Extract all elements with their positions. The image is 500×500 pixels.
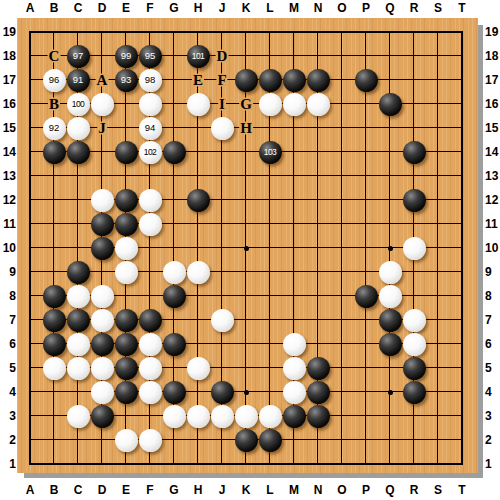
intersection-D7[interactable] (90, 308, 114, 332)
intersection-S15[interactable] (426, 116, 450, 140)
intersection-R8[interactable] (402, 284, 426, 308)
intersection-C1[interactable] (66, 452, 90, 476)
intersection-C18[interactable]: 97 (66, 44, 90, 68)
intersection-Q16[interactable] (378, 92, 402, 116)
intersection-G4[interactable] (162, 380, 186, 404)
intersection-J3[interactable] (210, 404, 234, 428)
intersection-L10[interactable] (258, 236, 282, 260)
intersection-C19[interactable] (66, 20, 90, 44)
intersection-M9[interactable] (282, 260, 306, 284)
intersection-A13[interactable] (18, 164, 42, 188)
intersection-K9[interactable] (234, 260, 258, 284)
intersection-R4[interactable] (402, 380, 426, 404)
intersection-M16[interactable] (282, 92, 306, 116)
intersection-F4[interactable] (138, 380, 162, 404)
intersection-L16[interactable] (258, 92, 282, 116)
intersection-G14[interactable] (162, 140, 186, 164)
intersection-B8[interactable] (42, 284, 66, 308)
intersection-J12[interactable] (210, 188, 234, 212)
intersection-L3[interactable] (258, 404, 282, 428)
intersection-C3[interactable] (66, 404, 90, 428)
intersection-D3[interactable] (90, 404, 114, 428)
intersection-Q13[interactable] (378, 164, 402, 188)
intersection-B9[interactable] (42, 260, 66, 284)
intersection-C14[interactable] (66, 140, 90, 164)
intersection-R2[interactable] (402, 428, 426, 452)
intersection-G18[interactable] (162, 44, 186, 68)
intersection-Q9[interactable] (378, 260, 402, 284)
intersection-O3[interactable] (330, 404, 354, 428)
intersection-F12[interactable] (138, 188, 162, 212)
intersection-J18[interactable]: D (210, 44, 234, 68)
intersection-H12[interactable] (186, 188, 210, 212)
intersection-F2[interactable] (138, 428, 162, 452)
intersection-D15[interactable]: J (90, 116, 114, 140)
intersection-J7[interactable] (210, 308, 234, 332)
intersection-R14[interactable] (402, 140, 426, 164)
intersection-B15[interactable]: 92 (42, 116, 66, 140)
intersection-N14[interactable] (306, 140, 330, 164)
intersection-G19[interactable] (162, 20, 186, 44)
intersection-P13[interactable] (354, 164, 378, 188)
intersection-Q2[interactable] (378, 428, 402, 452)
intersection-M7[interactable] (282, 308, 306, 332)
intersection-T11[interactable] (450, 212, 474, 236)
intersection-Q12[interactable] (378, 188, 402, 212)
intersection-N11[interactable] (306, 212, 330, 236)
intersection-M19[interactable] (282, 20, 306, 44)
intersection-C7[interactable] (66, 308, 90, 332)
intersection-B1[interactable] (42, 452, 66, 476)
intersection-D6[interactable] (90, 332, 114, 356)
intersection-K15[interactable]: H (234, 116, 258, 140)
intersection-P19[interactable] (354, 20, 378, 44)
intersection-J4[interactable] (210, 380, 234, 404)
intersection-E8[interactable] (114, 284, 138, 308)
intersection-C16[interactable]: 100 (66, 92, 90, 116)
intersection-F1[interactable] (138, 452, 162, 476)
intersection-L14[interactable]: 103 (258, 140, 282, 164)
intersection-G12[interactable] (162, 188, 186, 212)
intersection-Q17[interactable] (378, 68, 402, 92)
intersection-O16[interactable] (330, 92, 354, 116)
intersection-A19[interactable] (18, 20, 42, 44)
intersection-T16[interactable] (450, 92, 474, 116)
intersection-S6[interactable] (426, 332, 450, 356)
intersection-T14[interactable] (450, 140, 474, 164)
intersection-E9[interactable] (114, 260, 138, 284)
intersection-D4[interactable] (90, 380, 114, 404)
intersection-D11[interactable] (90, 212, 114, 236)
intersection-E3[interactable] (114, 404, 138, 428)
intersection-A7[interactable] (18, 308, 42, 332)
intersection-L2[interactable] (258, 428, 282, 452)
intersection-T6[interactable] (450, 332, 474, 356)
intersection-H6[interactable] (186, 332, 210, 356)
intersection-D2[interactable] (90, 428, 114, 452)
intersection-G5[interactable] (162, 356, 186, 380)
intersection-P18[interactable] (354, 44, 378, 68)
intersection-D17[interactable]: A (90, 68, 114, 92)
intersection-D13[interactable] (90, 164, 114, 188)
intersection-E12[interactable] (114, 188, 138, 212)
intersection-G16[interactable] (162, 92, 186, 116)
intersection-M12[interactable] (282, 188, 306, 212)
intersection-A6[interactable] (18, 332, 42, 356)
intersection-B6[interactable] (42, 332, 66, 356)
intersection-K1[interactable] (234, 452, 258, 476)
intersection-S13[interactable] (426, 164, 450, 188)
intersection-G3[interactable] (162, 404, 186, 428)
intersection-S7[interactable] (426, 308, 450, 332)
intersection-Q11[interactable] (378, 212, 402, 236)
intersection-S1[interactable] (426, 452, 450, 476)
intersection-L17[interactable] (258, 68, 282, 92)
intersection-A12[interactable] (18, 188, 42, 212)
intersection-P9[interactable] (354, 260, 378, 284)
intersection-G1[interactable] (162, 452, 186, 476)
intersection-G10[interactable] (162, 236, 186, 260)
intersection-O17[interactable] (330, 68, 354, 92)
intersection-R3[interactable] (402, 404, 426, 428)
intersection-O11[interactable] (330, 212, 354, 236)
intersection-C2[interactable] (66, 428, 90, 452)
intersection-S4[interactable] (426, 380, 450, 404)
intersection-N13[interactable] (306, 164, 330, 188)
intersection-H13[interactable] (186, 164, 210, 188)
intersection-A15[interactable] (18, 116, 42, 140)
intersection-E1[interactable] (114, 452, 138, 476)
intersection-C8[interactable] (66, 284, 90, 308)
intersection-T19[interactable] (450, 20, 474, 44)
intersection-K19[interactable] (234, 20, 258, 44)
intersection-A2[interactable] (18, 428, 42, 452)
intersection-H9[interactable] (186, 260, 210, 284)
intersection-O6[interactable] (330, 332, 354, 356)
intersection-H17[interactable]: E (186, 68, 210, 92)
intersection-J19[interactable] (210, 20, 234, 44)
intersection-B12[interactable] (42, 188, 66, 212)
intersection-P3[interactable] (354, 404, 378, 428)
intersection-J9[interactable] (210, 260, 234, 284)
intersection-N3[interactable] (306, 404, 330, 428)
intersection-N2[interactable] (306, 428, 330, 452)
intersection-T13[interactable] (450, 164, 474, 188)
intersection-N18[interactable] (306, 44, 330, 68)
intersection-L4[interactable] (258, 380, 282, 404)
intersection-R6[interactable] (402, 332, 426, 356)
intersection-E4[interactable] (114, 380, 138, 404)
intersection-E13[interactable] (114, 164, 138, 188)
intersection-H19[interactable] (186, 20, 210, 44)
intersection-S14[interactable] (426, 140, 450, 164)
intersection-B14[interactable] (42, 140, 66, 164)
intersection-L11[interactable] (258, 212, 282, 236)
intersection-A1[interactable] (18, 452, 42, 476)
intersection-K4[interactable] (234, 380, 258, 404)
intersection-L13[interactable] (258, 164, 282, 188)
intersection-M14[interactable] (282, 140, 306, 164)
intersection-S8[interactable] (426, 284, 450, 308)
intersection-E7[interactable] (114, 308, 138, 332)
intersection-M4[interactable] (282, 380, 306, 404)
intersection-N8[interactable] (306, 284, 330, 308)
intersection-S17[interactable] (426, 68, 450, 92)
intersection-H8[interactable] (186, 284, 210, 308)
intersection-T5[interactable] (450, 356, 474, 380)
intersection-N7[interactable] (306, 308, 330, 332)
intersection-T17[interactable] (450, 68, 474, 92)
intersection-S11[interactable] (426, 212, 450, 236)
intersection-K16[interactable]: G (234, 92, 258, 116)
intersection-E19[interactable] (114, 20, 138, 44)
intersection-S9[interactable] (426, 260, 450, 284)
intersection-H5[interactable] (186, 356, 210, 380)
intersection-L5[interactable] (258, 356, 282, 380)
intersection-H7[interactable] (186, 308, 210, 332)
intersection-F14[interactable]: 102 (138, 140, 162, 164)
intersection-N1[interactable] (306, 452, 330, 476)
intersection-K10[interactable] (234, 236, 258, 260)
intersection-G7[interactable] (162, 308, 186, 332)
intersection-B7[interactable] (42, 308, 66, 332)
intersection-T1[interactable] (450, 452, 474, 476)
intersection-O8[interactable] (330, 284, 354, 308)
intersection-N19[interactable] (306, 20, 330, 44)
intersection-C13[interactable] (66, 164, 90, 188)
intersection-A17[interactable] (18, 68, 42, 92)
intersection-H15[interactable] (186, 116, 210, 140)
intersection-T2[interactable] (450, 428, 474, 452)
intersection-H16[interactable] (186, 92, 210, 116)
intersection-L15[interactable] (258, 116, 282, 140)
intersection-P11[interactable] (354, 212, 378, 236)
intersection-S3[interactable] (426, 404, 450, 428)
intersection-E5[interactable] (114, 356, 138, 380)
intersection-M10[interactable] (282, 236, 306, 260)
intersection-F9[interactable] (138, 260, 162, 284)
intersection-Q14[interactable] (378, 140, 402, 164)
intersection-J16[interactable]: I (210, 92, 234, 116)
intersection-R5[interactable] (402, 356, 426, 380)
intersection-K3[interactable] (234, 404, 258, 428)
intersection-B3[interactable] (42, 404, 66, 428)
intersection-H4[interactable] (186, 380, 210, 404)
intersection-E15[interactable] (114, 116, 138, 140)
intersection-N10[interactable] (306, 236, 330, 260)
intersection-O2[interactable] (330, 428, 354, 452)
intersection-H2[interactable] (186, 428, 210, 452)
intersection-K6[interactable] (234, 332, 258, 356)
intersection-S16[interactable] (426, 92, 450, 116)
intersection-A4[interactable] (18, 380, 42, 404)
intersection-P8[interactable] (354, 284, 378, 308)
intersection-T10[interactable] (450, 236, 474, 260)
intersection-C5[interactable] (66, 356, 90, 380)
intersection-D8[interactable] (90, 284, 114, 308)
intersection-N15[interactable] (306, 116, 330, 140)
intersection-M8[interactable] (282, 284, 306, 308)
intersection-L1[interactable] (258, 452, 282, 476)
intersection-H1[interactable] (186, 452, 210, 476)
intersection-G9[interactable] (162, 260, 186, 284)
intersection-M17[interactable] (282, 68, 306, 92)
intersection-D5[interactable] (90, 356, 114, 380)
intersection-D9[interactable] (90, 260, 114, 284)
intersection-K5[interactable] (234, 356, 258, 380)
intersection-Q7[interactable] (378, 308, 402, 332)
intersection-C12[interactable] (66, 188, 90, 212)
intersection-H3[interactable] (186, 404, 210, 428)
intersection-B2[interactable] (42, 428, 66, 452)
intersection-P7[interactable] (354, 308, 378, 332)
intersection-T4[interactable] (450, 380, 474, 404)
intersection-A9[interactable] (18, 260, 42, 284)
intersection-F19[interactable] (138, 20, 162, 44)
intersection-P6[interactable] (354, 332, 378, 356)
intersection-J1[interactable] (210, 452, 234, 476)
intersection-C10[interactable] (66, 236, 90, 260)
intersection-B10[interactable] (42, 236, 66, 260)
intersection-J2[interactable] (210, 428, 234, 452)
intersection-B16[interactable]: B (42, 92, 66, 116)
intersection-A18[interactable] (18, 44, 42, 68)
intersection-F18[interactable]: 95 (138, 44, 162, 68)
intersection-F8[interactable] (138, 284, 162, 308)
intersection-A11[interactable] (18, 212, 42, 236)
intersection-Q3[interactable] (378, 404, 402, 428)
intersection-P14[interactable] (354, 140, 378, 164)
intersection-P5[interactable] (354, 356, 378, 380)
intersection-P10[interactable] (354, 236, 378, 260)
intersection-K7[interactable] (234, 308, 258, 332)
intersection-O1[interactable] (330, 452, 354, 476)
intersection-G13[interactable] (162, 164, 186, 188)
intersection-J5[interactable] (210, 356, 234, 380)
intersection-A10[interactable] (18, 236, 42, 260)
intersection-D18[interactable] (90, 44, 114, 68)
intersection-P4[interactable] (354, 380, 378, 404)
intersection-S5[interactable] (426, 356, 450, 380)
intersection-H11[interactable] (186, 212, 210, 236)
intersection-D1[interactable] (90, 452, 114, 476)
intersection-R10[interactable] (402, 236, 426, 260)
intersection-K2[interactable] (234, 428, 258, 452)
intersection-T8[interactable] (450, 284, 474, 308)
intersection-D16[interactable] (90, 92, 114, 116)
intersection-Q10[interactable] (378, 236, 402, 260)
intersection-L8[interactable] (258, 284, 282, 308)
intersection-N5[interactable] (306, 356, 330, 380)
intersection-M11[interactable] (282, 212, 306, 236)
intersection-F13[interactable] (138, 164, 162, 188)
intersection-P16[interactable] (354, 92, 378, 116)
intersection-O14[interactable] (330, 140, 354, 164)
intersection-E10[interactable] (114, 236, 138, 260)
intersection-Q18[interactable] (378, 44, 402, 68)
intersection-B5[interactable] (42, 356, 66, 380)
intersection-P1[interactable] (354, 452, 378, 476)
intersection-M6[interactable] (282, 332, 306, 356)
intersection-O19[interactable] (330, 20, 354, 44)
intersection-A5[interactable] (18, 356, 42, 380)
intersection-A8[interactable] (18, 284, 42, 308)
intersection-N4[interactable] (306, 380, 330, 404)
intersection-Q4[interactable] (378, 380, 402, 404)
intersection-R7[interactable] (402, 308, 426, 332)
intersection-Q8[interactable] (378, 284, 402, 308)
intersection-F15[interactable]: 94 (138, 116, 162, 140)
intersection-H18[interactable]: 101 (186, 44, 210, 68)
intersection-E18[interactable]: 99 (114, 44, 138, 68)
intersection-R9[interactable] (402, 260, 426, 284)
intersection-T7[interactable] (450, 308, 474, 332)
intersection-K11[interactable] (234, 212, 258, 236)
intersection-P17[interactable] (354, 68, 378, 92)
intersection-N9[interactable] (306, 260, 330, 284)
intersection-G8[interactable] (162, 284, 186, 308)
intersection-F16[interactable] (138, 92, 162, 116)
intersection-D14[interactable] (90, 140, 114, 164)
intersection-F10[interactable] (138, 236, 162, 260)
intersection-R18[interactable] (402, 44, 426, 68)
intersection-M2[interactable] (282, 428, 306, 452)
intersection-S10[interactable] (426, 236, 450, 260)
intersection-G15[interactable] (162, 116, 186, 140)
intersection-A3[interactable] (18, 404, 42, 428)
intersection-R16[interactable] (402, 92, 426, 116)
intersection-L18[interactable] (258, 44, 282, 68)
intersection-P2[interactable] (354, 428, 378, 452)
intersection-M1[interactable] (282, 452, 306, 476)
intersection-J6[interactable] (210, 332, 234, 356)
intersection-K13[interactable] (234, 164, 258, 188)
intersection-O7[interactable] (330, 308, 354, 332)
intersection-C15[interactable] (66, 116, 90, 140)
intersection-R19[interactable] (402, 20, 426, 44)
intersection-S18[interactable] (426, 44, 450, 68)
intersection-C6[interactable] (66, 332, 90, 356)
intersection-L6[interactable] (258, 332, 282, 356)
intersection-G11[interactable] (162, 212, 186, 236)
intersection-M18[interactable] (282, 44, 306, 68)
intersection-G6[interactable] (162, 332, 186, 356)
intersection-K8[interactable] (234, 284, 258, 308)
intersection-B17[interactable]: 96 (42, 68, 66, 92)
intersection-F7[interactable] (138, 308, 162, 332)
intersection-Q1[interactable] (378, 452, 402, 476)
intersection-L19[interactable] (258, 20, 282, 44)
intersection-B19[interactable] (42, 20, 66, 44)
intersection-T9[interactable] (450, 260, 474, 284)
intersection-F17[interactable]: 98 (138, 68, 162, 92)
intersection-R12[interactable] (402, 188, 426, 212)
intersection-H10[interactable] (186, 236, 210, 260)
intersection-R15[interactable] (402, 116, 426, 140)
intersection-J13[interactable] (210, 164, 234, 188)
intersection-J10[interactable] (210, 236, 234, 260)
intersection-B13[interactable] (42, 164, 66, 188)
intersection-L7[interactable] (258, 308, 282, 332)
intersection-R17[interactable] (402, 68, 426, 92)
intersection-K17[interactable] (234, 68, 258, 92)
intersection-R13[interactable] (402, 164, 426, 188)
intersection-G17[interactable] (162, 68, 186, 92)
intersection-Q15[interactable] (378, 116, 402, 140)
intersection-E16[interactable] (114, 92, 138, 116)
intersection-S12[interactable] (426, 188, 450, 212)
intersection-Q5[interactable] (378, 356, 402, 380)
